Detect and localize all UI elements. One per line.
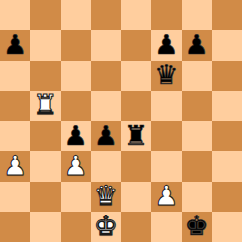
square-h7[interactable]	[212, 30, 242, 60]
square-g7[interactable]: ♟	[182, 30, 212, 60]
square-b1[interactable]	[30, 212, 60, 242]
square-e7[interactable]	[121, 30, 151, 60]
square-h1[interactable]	[212, 212, 242, 242]
square-d8[interactable]	[91, 0, 121, 30]
square-f4[interactable]	[151, 121, 181, 151]
square-c5[interactable]	[61, 91, 91, 121]
square-f3[interactable]	[151, 151, 181, 181]
square-e5[interactable]	[121, 91, 151, 121]
piece-white-king[interactable]: ♚	[94, 212, 118, 239]
square-f8[interactable]	[151, 0, 181, 30]
square-a6[interactable]	[0, 61, 30, 91]
square-c7[interactable]	[61, 30, 91, 60]
square-g8[interactable]	[182, 0, 212, 30]
square-a7[interactable]: ♟	[0, 30, 30, 60]
piece-black-pawn[interactable]: ♟	[185, 31, 209, 58]
square-c4[interactable]: ♟	[61, 121, 91, 151]
square-e8[interactable]	[121, 0, 151, 30]
square-a1[interactable]	[0, 212, 30, 242]
square-g2[interactable]	[182, 182, 212, 212]
square-h2[interactable]	[212, 182, 242, 212]
square-b4[interactable]	[30, 121, 60, 151]
square-f2[interactable]: ♟	[151, 182, 181, 212]
piece-black-pawn[interactable]: ♟	[94, 122, 118, 149]
square-a2[interactable]	[0, 182, 30, 212]
piece-black-pawn[interactable]: ♟	[154, 31, 178, 58]
piece-black-rook[interactable]: ♜	[124, 122, 148, 149]
piece-white-pawn[interactable]: ♟	[3, 152, 27, 179]
piece-black-queen[interactable]: ♛	[154, 61, 178, 88]
square-d5[interactable]	[91, 91, 121, 121]
square-b5[interactable]: ♜	[30, 91, 60, 121]
square-e4[interactable]: ♜	[121, 121, 151, 151]
piece-black-king[interactable]: ♚	[185, 212, 209, 239]
square-e1[interactable]	[121, 212, 151, 242]
square-b6[interactable]	[30, 61, 60, 91]
piece-black-pawn[interactable]: ♟	[3, 31, 27, 58]
square-d7[interactable]	[91, 30, 121, 60]
square-a3[interactable]: ♟	[0, 151, 30, 181]
square-d6[interactable]	[91, 61, 121, 91]
square-h5[interactable]	[212, 91, 242, 121]
square-d3[interactable]	[91, 151, 121, 181]
square-h6[interactable]	[212, 61, 242, 91]
chess-board: ♟♟♟♛♜♟♟♜♟♟♛♟♚♚	[0, 0, 242, 242]
piece-white-pawn[interactable]: ♟	[64, 152, 88, 179]
square-e2[interactable]	[121, 182, 151, 212]
square-e3[interactable]	[121, 151, 151, 181]
square-g6[interactable]	[182, 61, 212, 91]
square-h4[interactable]	[212, 121, 242, 151]
square-a4[interactable]	[0, 121, 30, 151]
square-c1[interactable]	[61, 212, 91, 242]
square-g5[interactable]	[182, 91, 212, 121]
square-d4[interactable]: ♟	[91, 121, 121, 151]
square-f5[interactable]	[151, 91, 181, 121]
square-a5[interactable]	[0, 91, 30, 121]
square-f6[interactable]: ♛	[151, 61, 181, 91]
square-c2[interactable]	[61, 182, 91, 212]
piece-white-queen[interactable]: ♛	[94, 182, 118, 209]
square-b2[interactable]	[30, 182, 60, 212]
square-a8[interactable]	[0, 0, 30, 30]
square-c3[interactable]: ♟	[61, 151, 91, 181]
square-g4[interactable]	[182, 121, 212, 151]
piece-white-pawn[interactable]: ♟	[154, 182, 178, 209]
square-c6[interactable]	[61, 61, 91, 91]
square-d2[interactable]: ♛	[91, 182, 121, 212]
square-f1[interactable]	[151, 212, 181, 242]
square-h8[interactable]	[212, 0, 242, 30]
square-e6[interactable]	[121, 61, 151, 91]
square-b8[interactable]	[30, 0, 60, 30]
square-c8[interactable]	[61, 0, 91, 30]
square-f7[interactable]: ♟	[151, 30, 181, 60]
square-g3[interactable]	[182, 151, 212, 181]
square-g1[interactable]: ♚	[182, 212, 212, 242]
square-d1[interactable]: ♚	[91, 212, 121, 242]
square-h3[interactable]	[212, 151, 242, 181]
square-b7[interactable]	[30, 30, 60, 60]
piece-black-pawn[interactable]: ♟	[64, 122, 88, 149]
piece-white-rook[interactable]: ♜	[33, 91, 57, 118]
square-b3[interactable]	[30, 151, 60, 181]
